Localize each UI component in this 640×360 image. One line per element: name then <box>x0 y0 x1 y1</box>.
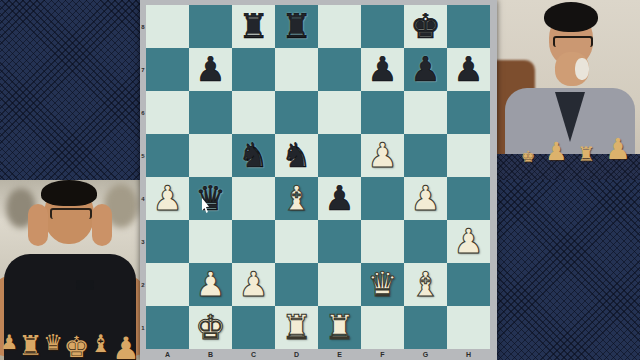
wooden-piece-icon: ♟ <box>112 330 140 360</box>
square-b1[interactable]: ♚ <box>189 306 232 349</box>
wooden-piece-icon: ♜ <box>577 142 595 166</box>
board-frame: 87654321 ♜♜♚♟♟♟♟♞♞♟♟♛♝♟♟♟♟♟♛♝♚♜♜ ABCDEFG… <box>140 0 497 360</box>
left-player-photo: ♟♜♛♚♝♟ <box>0 180 140 360</box>
square-e3[interactable] <box>318 220 361 263</box>
black-queen-b4[interactable]: ♛ <box>189 177 232 220</box>
square-b2[interactable]: ♟ <box>189 263 232 306</box>
square-f8[interactable] <box>361 5 404 48</box>
square-d3[interactable] <box>275 220 318 263</box>
square-b6[interactable] <box>189 91 232 134</box>
square-a5[interactable] <box>146 134 189 177</box>
square-f6[interactable] <box>361 91 404 134</box>
wooden-piece-icon: ♜ <box>19 330 43 360</box>
square-d5[interactable]: ♞ <box>275 134 318 177</box>
left-player-hair <box>41 180 97 206</box>
square-b7[interactable]: ♟ <box>189 48 232 91</box>
square-f7[interactable]: ♟ <box>361 48 404 91</box>
square-g8[interactable]: ♚ <box>404 5 447 48</box>
left-player-glasses <box>50 208 92 219</box>
square-e7[interactable] <box>318 48 361 91</box>
chess-board[interactable]: ♜♜♚♟♟♟♟♞♞♟♟♛♝♟♟♟♟♟♛♝♚♜♜ <box>146 5 490 349</box>
right-player-photo: ♚♟♜♟ <box>497 0 640 180</box>
wooden-chess-pieces-foreground: ♚♟♜♟ <box>516 132 636 166</box>
square-c2[interactable]: ♟ <box>232 263 275 306</box>
black-pawn-e4[interactable]: ♟ <box>318 177 361 220</box>
square-b5[interactable] <box>189 134 232 177</box>
square-b4[interactable]: ♛ <box>189 177 232 220</box>
file-label-b: B <box>189 349 232 360</box>
white-pawn-h3[interactable]: ♟ <box>447 220 490 263</box>
square-f2[interactable]: ♛ <box>361 263 404 306</box>
file-label-c: C <box>232 349 275 360</box>
white-rook-d1[interactable]: ♜ <box>275 306 318 349</box>
square-e6[interactable] <box>318 91 361 134</box>
square-a8[interactable] <box>146 5 189 48</box>
white-pawn-a4[interactable]: ♟ <box>146 177 189 220</box>
file-label-h: H <box>447 349 490 360</box>
wooden-piece-icon: ♝ <box>90 330 112 360</box>
white-pawn-c2[interactable]: ♟ <box>232 263 275 306</box>
file-label-a: A <box>146 349 189 360</box>
square-c8[interactable]: ♜ <box>232 5 275 48</box>
white-queen-f2[interactable]: ♛ <box>361 263 404 306</box>
square-h3[interactable]: ♟ <box>447 220 490 263</box>
right-player-glasses <box>553 36 593 47</box>
file-label-g: G <box>404 349 447 360</box>
square-e4[interactable]: ♟ <box>318 177 361 220</box>
square-c5[interactable]: ♞ <box>232 134 275 177</box>
square-d4[interactable]: ♝ <box>275 177 318 220</box>
right-player-bandaged-thumb <box>575 58 589 80</box>
square-h8[interactable] <box>447 5 490 48</box>
wooden-piece-icon: ♚ <box>63 330 89 360</box>
left-player-hand <box>28 204 48 246</box>
white-pawn-g4[interactable]: ♟ <box>404 177 447 220</box>
square-f1[interactable] <box>361 306 404 349</box>
square-h2[interactable] <box>447 263 490 306</box>
white-bishop-g2[interactable]: ♝ <box>404 263 447 306</box>
white-pawn-f5[interactable]: ♟ <box>361 134 404 177</box>
white-bishop-d4[interactable]: ♝ <box>275 177 318 220</box>
square-e1[interactable]: ♜ <box>318 306 361 349</box>
black-pawn-b7[interactable]: ♟ <box>189 48 232 91</box>
square-d1[interactable]: ♜ <box>275 306 318 349</box>
black-pawn-h7[interactable]: ♟ <box>447 48 490 91</box>
file-labels: ABCDEFGH <box>146 349 490 360</box>
white-pawn-b2[interactable]: ♟ <box>189 263 232 306</box>
white-rook-e1[interactable]: ♜ <box>318 306 361 349</box>
black-rook-c8[interactable]: ♜ <box>232 5 275 48</box>
square-d8[interactable]: ♜ <box>275 5 318 48</box>
square-a4[interactable]: ♟ <box>146 177 189 220</box>
file-label-e: E <box>318 349 361 360</box>
black-pawn-f7[interactable]: ♟ <box>361 48 404 91</box>
black-knight-d5[interactable]: ♞ <box>275 134 318 177</box>
wooden-piece-icon: ♚ <box>521 147 535 166</box>
file-label-d: D <box>275 349 318 360</box>
wooden-piece-icon: ♛ <box>43 330 63 360</box>
wooden-piece-icon: ♟ <box>0 330 18 360</box>
square-d2[interactable] <box>275 263 318 306</box>
square-h6[interactable] <box>447 91 490 134</box>
black-king-g8[interactable]: ♚ <box>404 5 447 48</box>
square-h4[interactable] <box>447 177 490 220</box>
square-c3[interactable] <box>232 220 275 263</box>
square-a3[interactable] <box>146 220 189 263</box>
square-h7[interactable]: ♟ <box>447 48 490 91</box>
square-f4[interactable] <box>361 177 404 220</box>
square-f5[interactable]: ♟ <box>361 134 404 177</box>
square-d7[interactable] <box>275 48 318 91</box>
right-player-hair <box>544 2 598 32</box>
square-e2[interactable] <box>318 263 361 306</box>
square-c1[interactable] <box>232 306 275 349</box>
square-b8[interactable] <box>189 5 232 48</box>
square-a1[interactable] <box>146 306 189 349</box>
square-g4[interactable]: ♟ <box>404 177 447 220</box>
video-frame: ♟♜♛♚♝♟ ♚♟♜♟ 87654321 ♜♜♚♟♟♟♟♞♞♟♟♛♝♟♟♟♟♟♛… <box>0 0 640 360</box>
black-knight-c5[interactable]: ♞ <box>232 134 275 177</box>
square-g7[interactable]: ♟ <box>404 48 447 91</box>
left-player-watch <box>76 280 94 290</box>
file-label-f: F <box>361 349 404 360</box>
square-e8[interactable] <box>318 5 361 48</box>
square-c4[interactable] <box>232 177 275 220</box>
wooden-chess-pieces-foreground: ♟♜♛♚♝♟ <box>0 330 140 360</box>
square-a6[interactable] <box>146 91 189 134</box>
square-g5[interactable] <box>404 134 447 177</box>
square-c7[interactable] <box>232 48 275 91</box>
square-e5[interactable] <box>318 134 361 177</box>
square-a2[interactable] <box>146 263 189 306</box>
square-b3[interactable] <box>189 220 232 263</box>
left-player-hand <box>92 204 112 246</box>
square-g2[interactable]: ♝ <box>404 263 447 306</box>
square-c6[interactable] <box>232 91 275 134</box>
square-a7[interactable] <box>146 48 189 91</box>
wooden-piece-icon: ♟ <box>545 137 567 166</box>
square-g3[interactable] <box>404 220 447 263</box>
square-g1[interactable] <box>404 306 447 349</box>
wooden-piece-icon: ♟ <box>605 132 631 166</box>
square-d6[interactable] <box>275 91 318 134</box>
square-f3[interactable] <box>361 220 404 263</box>
black-pawn-g7[interactable]: ♟ <box>404 48 447 91</box>
square-h1[interactable] <box>447 306 490 349</box>
square-g6[interactable] <box>404 91 447 134</box>
square-h5[interactable] <box>447 134 490 177</box>
white-king-b1[interactable]: ♚ <box>189 306 232 349</box>
black-rook-d8[interactable]: ♜ <box>275 5 318 48</box>
